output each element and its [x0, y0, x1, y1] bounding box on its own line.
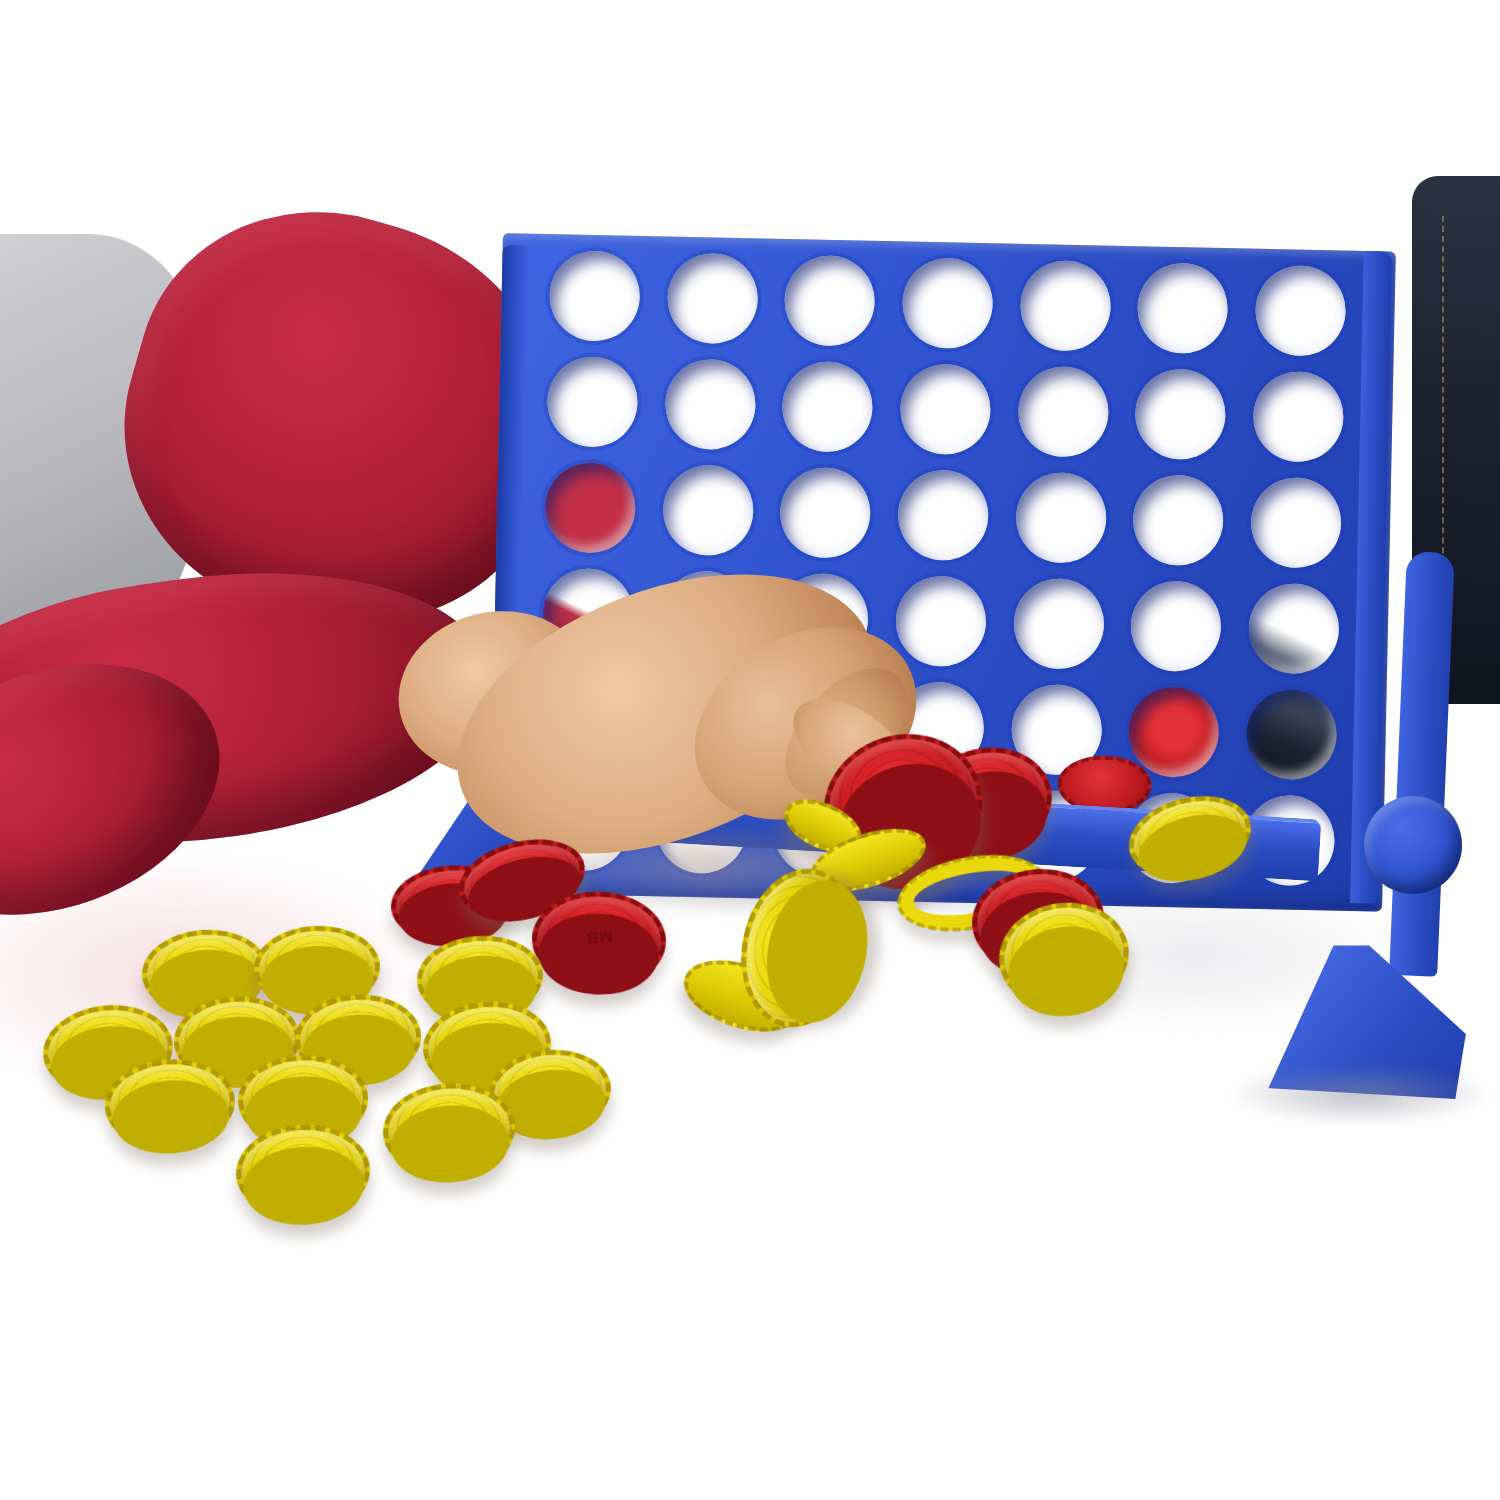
red-checker-r3[interactable]: MB — [530, 889, 667, 990]
disc-logo: MB — [585, 926, 614, 947]
scene: MB — [0, 0, 1500, 1500]
yellow-checker-y19[interactable] — [1120, 784, 1259, 890]
yellow-checker-y12[interactable] — [234, 1121, 373, 1222]
discs-layer: MB — [0, 0, 1500, 1500]
